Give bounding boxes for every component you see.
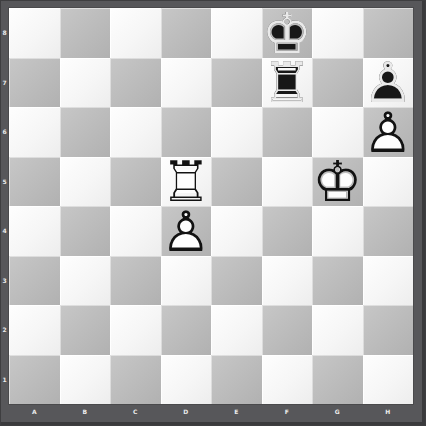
square-d2[interactable] bbox=[161, 305, 212, 355]
rank-label-2: 2 bbox=[0, 305, 9, 355]
square-c2[interactable] bbox=[110, 305, 161, 355]
square-h3[interactable] bbox=[363, 256, 414, 306]
square-d4[interactable]: ♟♙ bbox=[161, 206, 212, 256]
rank-label-7: 7 bbox=[0, 58, 9, 108]
square-e8[interactable] bbox=[211, 8, 262, 58]
square-b2[interactable] bbox=[60, 305, 111, 355]
piece-fill-glyph: ♜ bbox=[161, 158, 212, 208]
square-g5[interactable]: ♚♔ bbox=[312, 157, 363, 207]
board: ♚♔♜♖♟♙♟♙♜♖♚♔♟♙ bbox=[9, 8, 413, 404]
piece-fill-glyph: ♟ bbox=[363, 108, 414, 158]
square-b7[interactable] bbox=[60, 58, 111, 108]
square-g3[interactable] bbox=[312, 256, 363, 306]
square-g4[interactable] bbox=[312, 206, 363, 256]
square-d8[interactable] bbox=[161, 8, 212, 58]
square-d5[interactable]: ♜♖ bbox=[161, 157, 212, 207]
square-f6[interactable] bbox=[262, 107, 313, 157]
piece-outline-glyph: ♔ bbox=[312, 158, 363, 208]
square-h4[interactable] bbox=[363, 206, 414, 256]
piece-outline-glyph: ♙ bbox=[161, 207, 212, 257]
file-label-f: F bbox=[262, 404, 313, 419]
square-f3[interactable] bbox=[262, 256, 313, 306]
rank-labels: 87654321 bbox=[0, 8, 9, 404]
piece-outline-glyph: ♔ bbox=[262, 9, 313, 59]
square-a4[interactable] bbox=[9, 206, 60, 256]
square-c4[interactable] bbox=[110, 206, 161, 256]
square-e6[interactable] bbox=[211, 107, 262, 157]
square-f2[interactable] bbox=[262, 305, 313, 355]
piece-outline-glyph: ♖ bbox=[161, 158, 212, 208]
square-b4[interactable] bbox=[60, 206, 111, 256]
file-label-d: D bbox=[161, 404, 212, 419]
white-pawn-h6[interactable]: ♟♙ bbox=[363, 107, 414, 157]
square-e2[interactable] bbox=[211, 305, 262, 355]
square-c7[interactable] bbox=[110, 58, 161, 108]
square-f8[interactable]: ♚♔ bbox=[262, 8, 313, 58]
file-label-c: C bbox=[110, 404, 161, 419]
square-f7[interactable]: ♜♖ bbox=[262, 58, 313, 108]
square-c5[interactable] bbox=[110, 157, 161, 207]
square-b6[interactable] bbox=[60, 107, 111, 157]
square-a3[interactable] bbox=[9, 256, 60, 306]
file-label-a: A bbox=[9, 404, 60, 419]
black-pawn-h7[interactable]: ♟♙ bbox=[363, 58, 414, 108]
square-d1[interactable] bbox=[161, 355, 212, 405]
chessboard-frame: 87654321 ♚♔♜♖♟♙♟♙♜♖♚♔♟♙ ABCDEFGH bbox=[0, 0, 426, 426]
square-g6[interactable] bbox=[312, 107, 363, 157]
piece-fill-glyph: ♟ bbox=[363, 59, 414, 109]
square-h7[interactable]: ♟♙ bbox=[363, 58, 414, 108]
piece-fill-glyph: ♚ bbox=[262, 9, 313, 59]
square-h8[interactable] bbox=[363, 8, 414, 58]
square-a7[interactable] bbox=[9, 58, 60, 108]
file-label-g: G bbox=[312, 404, 363, 419]
square-h5[interactable] bbox=[363, 157, 414, 207]
square-d6[interactable] bbox=[161, 107, 212, 157]
square-c3[interactable] bbox=[110, 256, 161, 306]
square-e7[interactable] bbox=[211, 58, 262, 108]
square-a2[interactable] bbox=[9, 305, 60, 355]
square-g8[interactable] bbox=[312, 8, 363, 58]
file-label-h: H bbox=[363, 404, 414, 419]
square-f5[interactable] bbox=[262, 157, 313, 207]
rank-label-8: 8 bbox=[0, 8, 9, 58]
square-a8[interactable] bbox=[9, 8, 60, 58]
square-d3[interactable] bbox=[161, 256, 212, 306]
black-king-f8[interactable]: ♚♔ bbox=[262, 8, 313, 58]
square-e3[interactable] bbox=[211, 256, 262, 306]
square-b5[interactable] bbox=[60, 157, 111, 207]
square-h6[interactable]: ♟♙ bbox=[363, 107, 414, 157]
piece-outline-glyph: ♙ bbox=[363, 108, 414, 158]
square-a1[interactable] bbox=[9, 355, 60, 405]
rank-label-1: 1 bbox=[0, 355, 9, 405]
piece-fill-glyph: ♜ bbox=[262, 59, 313, 109]
square-e4[interactable] bbox=[211, 206, 262, 256]
square-h2[interactable] bbox=[363, 305, 414, 355]
square-b8[interactable] bbox=[60, 8, 111, 58]
square-f4[interactable] bbox=[262, 206, 313, 256]
white-king-g5[interactable]: ♚♔ bbox=[312, 157, 363, 207]
square-f1[interactable] bbox=[262, 355, 313, 405]
square-c1[interactable] bbox=[110, 355, 161, 405]
rank-label-5: 5 bbox=[0, 157, 9, 207]
file-label-e: E bbox=[211, 404, 262, 419]
piece-fill-glyph: ♟ bbox=[161, 207, 212, 257]
file-labels: ABCDEFGH bbox=[9, 404, 413, 419]
square-d7[interactable] bbox=[161, 58, 212, 108]
square-g2[interactable] bbox=[312, 305, 363, 355]
square-g1[interactable] bbox=[312, 355, 363, 405]
square-c8[interactable] bbox=[110, 8, 161, 58]
piece-fill-glyph: ♚ bbox=[312, 158, 363, 208]
rank-label-3: 3 bbox=[0, 256, 9, 306]
square-b3[interactable] bbox=[60, 256, 111, 306]
piece-outline-glyph: ♖ bbox=[262, 59, 313, 109]
rank-label-4: 4 bbox=[0, 206, 9, 256]
square-a6[interactable] bbox=[9, 107, 60, 157]
square-c6[interactable] bbox=[110, 107, 161, 157]
square-e1[interactable] bbox=[211, 355, 262, 405]
square-h1[interactable] bbox=[363, 355, 414, 405]
white-rook-d5[interactable]: ♜♖ bbox=[161, 157, 212, 207]
white-pawn-d4[interactable]: ♟♙ bbox=[161, 206, 212, 256]
piece-outline-glyph: ♙ bbox=[363, 59, 414, 109]
black-rook-f7[interactable]: ♜♖ bbox=[262, 58, 313, 108]
file-label-b: B bbox=[60, 404, 111, 419]
square-e5[interactable] bbox=[211, 157, 262, 207]
square-g7[interactable] bbox=[312, 58, 363, 108]
rank-label-6: 6 bbox=[0, 107, 9, 157]
square-a5[interactable] bbox=[9, 157, 60, 207]
square-b1[interactable] bbox=[60, 355, 111, 405]
